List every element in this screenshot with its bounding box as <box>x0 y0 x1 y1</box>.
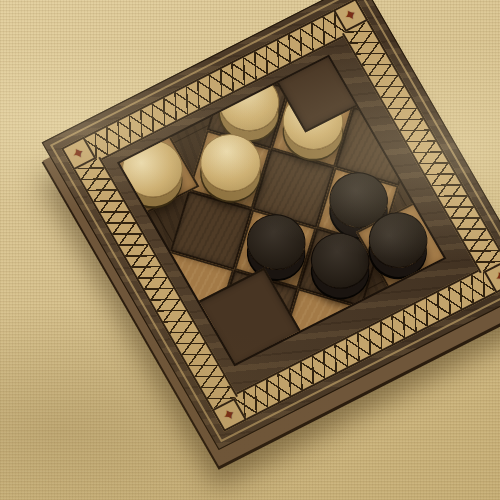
burlap-background: ✦ ✦ ✦ ✦ <box>0 0 500 500</box>
corner-motif-icon: ✦ <box>341 6 359 24</box>
corner-motif-icon: ✦ <box>69 144 87 162</box>
corner-motif-icon: ✦ <box>492 267 500 285</box>
corner-motif-icon: ✦ <box>220 406 238 424</box>
game-board: ✦ ✦ ✦ ✦ <box>42 0 500 450</box>
